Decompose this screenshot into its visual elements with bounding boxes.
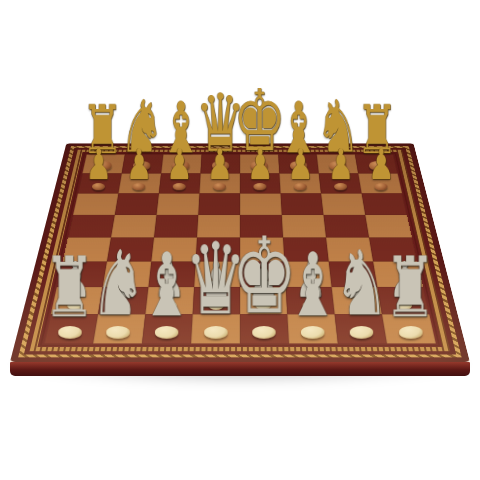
product-photo-scene: ♜♞♝♛♚♝♞♜♟♟♟♟♟♟♟♟♟♟♟♟♟♟♟♟♜♞♝♛♚♝♞♜ [0, 0, 480, 480]
chess-board: ♜♞♝♛♚♝♞♜♟♟♟♟♟♟♟♟♟♟♟♟♟♟♟♟♜♞♝♛♚♝♞♜ [10, 144, 470, 362]
black-pawn-f7[interactable]: ♟ [282, 143, 320, 190]
square-f6[interactable] [281, 194, 324, 215]
square-c7[interactable]: ♟ [159, 173, 201, 193]
piece-glyph: ♜ [384, 245, 437, 329]
black-pawn-b7[interactable]: ♟ [120, 143, 158, 190]
black-pawn-h7[interactable]: ♟ [362, 143, 400, 190]
square-g6[interactable] [321, 194, 365, 215]
square-e6[interactable] [240, 194, 282, 215]
piece-glyph: ♟ [126, 143, 152, 185]
piece-glyph: ♟ [287, 143, 313, 185]
square-b6[interactable] [115, 194, 159, 215]
piece-glyph: ♟ [328, 143, 354, 185]
piece-glyph: ♟ [86, 143, 112, 185]
square-a6[interactable] [73, 194, 118, 215]
square-c6[interactable] [157, 194, 200, 215]
square-h1[interactable]: ♜ [382, 314, 436, 343]
board-grid: ♜♞♝♛♚♝♞♜♟♟♟♟♟♟♟♟♟♟♟♟♟♟♟♟♜♞♝♛♚♝♞♜ [44, 154, 436, 343]
square-e7[interactable]: ♟ [240, 173, 281, 193]
piece-glyph: ♟ [247, 143, 273, 185]
piece-glyph: ♟ [166, 143, 192, 185]
piece-glyph: ♟ [368, 143, 394, 185]
square-d6[interactable] [198, 194, 240, 215]
black-pawn-a7[interactable]: ♟ [80, 143, 118, 190]
square-b7[interactable]: ♟ [118, 173, 161, 193]
square-h7[interactable]: ♟ [358, 173, 402, 193]
black-pawn-d7[interactable]: ♟ [201, 143, 239, 190]
square-f7[interactable]: ♟ [279, 173, 321, 193]
piece-glyph: ♟ [207, 143, 233, 185]
black-pawn-e7[interactable]: ♟ [241, 143, 279, 190]
board-front-edge [10, 362, 470, 376]
square-g7[interactable]: ♟ [319, 173, 362, 193]
square-h6[interactable] [362, 194, 407, 215]
black-pawn-g7[interactable]: ♟ [322, 143, 360, 190]
white-rook-h1[interactable]: ♜ [373, 245, 448, 338]
black-pawn-c7[interactable]: ♟ [161, 143, 199, 190]
square-a7[interactable]: ♟ [78, 173, 122, 193]
square-d7[interactable]: ♟ [199, 173, 240, 193]
